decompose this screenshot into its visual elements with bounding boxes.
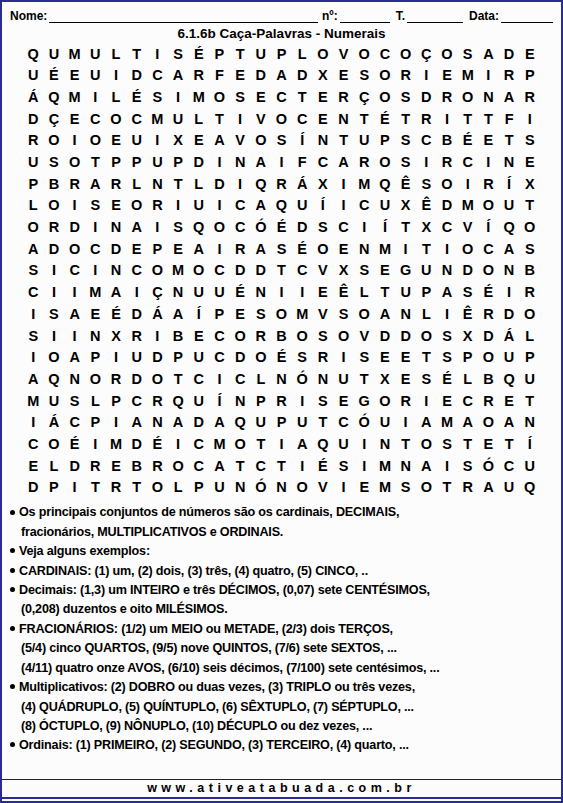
grid-cell[interactable]: E bbox=[106, 455, 127, 477]
grid-cell[interactable]: D bbox=[106, 238, 127, 260]
grid-cell[interactable]: C bbox=[188, 455, 209, 477]
grid-cell[interactable]: Q bbox=[499, 217, 520, 239]
grid-cell[interactable]: A bbox=[23, 238, 44, 260]
grid-cell[interactable]: P bbox=[147, 238, 168, 260]
grid-cell[interactable]: I bbox=[354, 433, 375, 455]
grid-cell[interactable]: U bbox=[375, 412, 396, 434]
grid-cell[interactable]: E bbox=[64, 108, 85, 130]
grid-cell[interactable]: C bbox=[188, 433, 209, 455]
grid-cell[interactable]: U bbox=[188, 390, 209, 412]
grid-cell[interactable]: T bbox=[375, 282, 396, 304]
grid-cell[interactable]: Í bbox=[292, 130, 313, 152]
grid-cell[interactable]: L bbox=[292, 43, 313, 65]
grid-cell[interactable]: M bbox=[457, 195, 478, 217]
grid-cell[interactable]: I bbox=[416, 390, 437, 412]
grid-cell[interactable]: I bbox=[64, 195, 85, 217]
grid-cell[interactable]: U bbox=[395, 282, 416, 304]
grid-cell[interactable]: D bbox=[416, 86, 437, 108]
grid-cell[interactable]: P bbox=[126, 151, 147, 173]
grid-cell[interactable]: M bbox=[64, 86, 85, 108]
grid-cell[interactable]: S bbox=[230, 86, 251, 108]
grid-cell[interactable]: M bbox=[64, 43, 85, 65]
grid-cell[interactable]: A bbox=[333, 151, 354, 173]
grid-cell[interactable]: I bbox=[437, 455, 458, 477]
grid-cell[interactable]: R bbox=[126, 325, 147, 347]
grid-cell[interactable]: S bbox=[85, 195, 106, 217]
grid-cell[interactable]: C bbox=[188, 368, 209, 390]
grid-cell[interactable]: É bbox=[188, 43, 209, 65]
grid-cell[interactable]: U bbox=[188, 347, 209, 369]
grid-cell[interactable]: R bbox=[188, 65, 209, 87]
grid-cell[interactable]: É bbox=[313, 455, 334, 477]
grid-cell[interactable]: É bbox=[292, 238, 313, 260]
grid-cell[interactable]: R bbox=[271, 173, 292, 195]
grid-cell[interactable]: I bbox=[106, 412, 127, 434]
grid-cell[interactable]: V bbox=[354, 325, 375, 347]
grid-cell[interactable]: T bbox=[313, 412, 334, 434]
grid-cell[interactable]: C bbox=[126, 108, 147, 130]
grid-cell[interactable]: S bbox=[271, 238, 292, 260]
grid-cell[interactable]: T bbox=[126, 477, 147, 499]
grid-cell[interactable]: S bbox=[23, 325, 44, 347]
grid-cell[interactable]: I bbox=[168, 195, 189, 217]
grid-cell[interactable]: A bbox=[416, 455, 437, 477]
grid-cell[interactable]: C bbox=[354, 195, 375, 217]
grid-cell[interactable]: E bbox=[313, 282, 334, 304]
grid-cell[interactable]: O bbox=[44, 433, 65, 455]
grid-cell[interactable]: Q bbox=[230, 412, 251, 434]
grid-cell[interactable]: R bbox=[85, 455, 106, 477]
grid-cell[interactable]: O bbox=[354, 43, 375, 65]
grid-cell[interactable]: Á bbox=[292, 173, 313, 195]
grid-cell[interactable]: O bbox=[147, 477, 168, 499]
grid-cell[interactable]: X bbox=[313, 65, 334, 87]
grid-cell[interactable]: I bbox=[147, 325, 168, 347]
grid-cell[interactable]: I bbox=[44, 282, 65, 304]
grid-cell[interactable]: T bbox=[478, 108, 499, 130]
grid-cell[interactable]: E bbox=[478, 433, 499, 455]
grid-cell[interactable]: O bbox=[250, 130, 271, 152]
grid-cell[interactable]: C bbox=[375, 43, 396, 65]
grid-cell[interactable]: I bbox=[230, 108, 251, 130]
grid-cell[interactable]: A bbox=[64, 347, 85, 369]
grid-cell[interactable]: S bbox=[395, 477, 416, 499]
grid-cell[interactable]: A bbox=[437, 282, 458, 304]
grid-cell[interactable]: É bbox=[457, 130, 478, 152]
grid-cell[interactable]: C bbox=[457, 390, 478, 412]
date-field[interactable] bbox=[501, 9, 553, 23]
grid-cell[interactable]: O bbox=[271, 108, 292, 130]
grid-cell[interactable]: S bbox=[395, 86, 416, 108]
grid-cell[interactable]: Q bbox=[168, 390, 189, 412]
grid-cell[interactable]: R bbox=[271, 390, 292, 412]
grid-cell[interactable]: S bbox=[395, 130, 416, 152]
grid-cell[interactable]: N bbox=[230, 477, 251, 499]
grid-cell[interactable]: S bbox=[457, 282, 478, 304]
grid-cell[interactable]: C bbox=[230, 217, 251, 239]
grid-cell[interactable]: Q bbox=[44, 86, 65, 108]
grid-cell[interactable]: N bbox=[354, 238, 375, 260]
grid-cell[interactable]: Ó bbox=[354, 412, 375, 434]
grid-cell[interactable]: M bbox=[292, 303, 313, 325]
grid-cell[interactable]: T bbox=[292, 86, 313, 108]
grid-cell[interactable]: R bbox=[333, 86, 354, 108]
grid-cell[interactable]: T bbox=[416, 238, 437, 260]
grid-cell[interactable]: D bbox=[126, 65, 147, 87]
grid-cell[interactable]: A bbox=[478, 43, 499, 65]
grid-cell[interactable]: L bbox=[519, 325, 540, 347]
grid-cell[interactable]: D bbox=[126, 433, 147, 455]
grid-cell[interactable]: M bbox=[457, 65, 478, 87]
grid-cell[interactable]: É bbox=[64, 433, 85, 455]
grid-cell[interactable]: E bbox=[23, 455, 44, 477]
grid-cell[interactable]: D bbox=[64, 455, 85, 477]
grid-cell[interactable]: E bbox=[168, 238, 189, 260]
grid-cell[interactable]: E bbox=[333, 238, 354, 260]
grid-cell[interactable]: S bbox=[437, 325, 458, 347]
grid-cell[interactable]: P bbox=[106, 390, 127, 412]
grid-cell[interactable]: Á bbox=[147, 303, 168, 325]
grid-cell[interactable]: O bbox=[106, 108, 127, 130]
grid-cell[interactable]: Ç bbox=[147, 282, 168, 304]
grid-cell[interactable]: S bbox=[44, 151, 65, 173]
grid-cell[interactable]: P bbox=[44, 477, 65, 499]
grid-cell[interactable]: T bbox=[519, 195, 540, 217]
grid-cell[interactable]: T bbox=[85, 477, 106, 499]
grid-cell[interactable]: R bbox=[519, 86, 540, 108]
grid-cell[interactable]: U bbox=[499, 195, 520, 217]
grid-cell[interactable]: U bbox=[354, 130, 375, 152]
grid-cell[interactable]: O bbox=[23, 217, 44, 239]
grid-cell[interactable]: I bbox=[519, 108, 540, 130]
grid-cell[interactable]: C bbox=[271, 86, 292, 108]
grid-cell[interactable]: E bbox=[230, 65, 251, 87]
grid-cell[interactable]: É bbox=[230, 282, 251, 304]
grid-cell[interactable]: C bbox=[23, 282, 44, 304]
grid-cell[interactable]: S bbox=[437, 347, 458, 369]
grid-cell[interactable]: É bbox=[44, 65, 65, 87]
grid-cell[interactable]: A bbox=[64, 303, 85, 325]
grid-cell[interactable]: I bbox=[64, 282, 85, 304]
grid-cell[interactable]: I bbox=[292, 455, 313, 477]
grid-cell[interactable]: O bbox=[64, 151, 85, 173]
grid-cell[interactable]: I bbox=[478, 151, 499, 173]
grid-cell[interactable]: B bbox=[437, 130, 458, 152]
grid-cell[interactable]: V bbox=[333, 43, 354, 65]
grid-cell[interactable]: D bbox=[188, 151, 209, 173]
grid-cell[interactable]: L bbox=[188, 173, 209, 195]
grid-cell[interactable]: A bbox=[168, 303, 189, 325]
grid-cell[interactable]: R bbox=[437, 86, 458, 108]
grid-cell[interactable]: U bbox=[44, 43, 65, 65]
grid-cell[interactable]: M bbox=[437, 412, 458, 434]
grid-cell[interactable]: C bbox=[457, 151, 478, 173]
grid-cell[interactable]: Q bbox=[519, 477, 540, 499]
grid-cell[interactable]: O bbox=[188, 260, 209, 282]
grid-cell[interactable]: L bbox=[126, 173, 147, 195]
grid-cell[interactable]: R bbox=[416, 108, 437, 130]
grid-cell[interactable]: U bbox=[250, 43, 271, 65]
grid-cell[interactable]: U bbox=[333, 433, 354, 455]
grid-cell[interactable]: Q bbox=[23, 43, 44, 65]
grid-cell[interactable]: A bbox=[499, 412, 520, 434]
grid-cell[interactable]: R bbox=[313, 347, 334, 369]
grid-cell[interactable]: I bbox=[85, 217, 106, 239]
t-field[interactable] bbox=[407, 9, 463, 23]
grid-cell[interactable]: V bbox=[457, 217, 478, 239]
grid-cell[interactable]: Ó bbox=[478, 455, 499, 477]
grid-cell[interactable]: N bbox=[499, 260, 520, 282]
grid-cell[interactable]: T bbox=[85, 151, 106, 173]
grid-cell[interactable]: L bbox=[44, 455, 65, 477]
grid-cell[interactable]: U bbox=[292, 195, 313, 217]
grid-cell[interactable]: R bbox=[147, 390, 168, 412]
grid-cell[interactable]: P bbox=[250, 390, 271, 412]
grid-cell[interactable]: Í bbox=[478, 217, 499, 239]
grid-cell[interactable]: S bbox=[416, 173, 437, 195]
grid-cell[interactable]: I bbox=[457, 173, 478, 195]
grid-cell[interactable]: I bbox=[209, 151, 230, 173]
grid-cell[interactable]: I bbox=[437, 303, 458, 325]
grid-cell[interactable]: S bbox=[313, 325, 334, 347]
grid-cell[interactable]: M bbox=[209, 433, 230, 455]
grid-cell[interactable]: I bbox=[85, 86, 106, 108]
name-field[interactable] bbox=[49, 9, 318, 23]
grid-cell[interactable]: U bbox=[23, 65, 44, 87]
grid-cell[interactable]: B bbox=[478, 368, 499, 390]
grid-cell[interactable]: É bbox=[106, 303, 127, 325]
grid-cell[interactable]: I bbox=[333, 477, 354, 499]
grid-cell[interactable]: C bbox=[333, 217, 354, 239]
grid-cell[interactable]: C bbox=[292, 260, 313, 282]
grid-cell[interactable]: A bbox=[106, 282, 127, 304]
grid-cell[interactable]: I bbox=[437, 238, 458, 260]
grid-cell[interactable]: D bbox=[395, 325, 416, 347]
grid-cell[interactable]: E bbox=[354, 477, 375, 499]
grid-cell[interactable]: E bbox=[375, 260, 396, 282]
grid-cell[interactable]: I bbox=[64, 130, 85, 152]
grid-cell[interactable]: E bbox=[375, 347, 396, 369]
grid-cell[interactable]: D bbox=[230, 260, 251, 282]
grid-cell[interactable]: T bbox=[271, 260, 292, 282]
grid-cell[interactable]: O bbox=[416, 433, 437, 455]
grid-cell[interactable]: C bbox=[209, 260, 230, 282]
grid-cell[interactable]: R bbox=[395, 390, 416, 412]
grid-cell[interactable]: Ç bbox=[44, 108, 65, 130]
grid-cell[interactable]: P bbox=[519, 347, 540, 369]
grid-cell[interactable]: N bbox=[230, 390, 251, 412]
grid-cell[interactable]: O bbox=[230, 325, 251, 347]
grid-cell[interactable]: N bbox=[519, 412, 540, 434]
grid-cell[interactable]: E bbox=[126, 238, 147, 260]
grid-cell[interactable]: I bbox=[106, 347, 127, 369]
grid-cell[interactable]: Í bbox=[188, 303, 209, 325]
grid-cell[interactable]: S bbox=[313, 217, 334, 239]
grid-cell[interactable]: P bbox=[188, 477, 209, 499]
grid-cell[interactable]: R bbox=[478, 303, 499, 325]
grid-cell[interactable]: A bbox=[85, 173, 106, 195]
grid-cell[interactable]: R bbox=[354, 151, 375, 173]
grid-cell[interactable]: C bbox=[126, 260, 147, 282]
grid-cell[interactable]: T bbox=[354, 368, 375, 390]
grid-cell[interactable]: E bbox=[395, 347, 416, 369]
grid-cell[interactable]: N bbox=[333, 108, 354, 130]
grid-cell[interactable]: C bbox=[230, 195, 251, 217]
grid-cell[interactable]: T bbox=[499, 433, 520, 455]
grid-cell[interactable]: T bbox=[416, 347, 437, 369]
grid-cell[interactable]: X bbox=[313, 173, 334, 195]
grid-cell[interactable]: N bbox=[230, 151, 251, 173]
grid-cell[interactable]: I bbox=[437, 108, 458, 130]
grid-cell[interactable]: I bbox=[44, 325, 65, 347]
grid-cell[interactable]: É bbox=[437, 368, 458, 390]
grid-cell[interactable]: U bbox=[499, 347, 520, 369]
grid-cell[interactable]: I bbox=[395, 238, 416, 260]
grid-cell[interactable]: C bbox=[209, 325, 230, 347]
grid-cell[interactable]: T bbox=[395, 217, 416, 239]
grid-cell[interactable]: P bbox=[271, 412, 292, 434]
grid-cell[interactable]: D bbox=[478, 325, 499, 347]
grid-cell[interactable]: S bbox=[354, 260, 375, 282]
grid-cell[interactable]: O bbox=[126, 195, 147, 217]
grid-cell[interactable]: I bbox=[209, 195, 230, 217]
grid-cell[interactable]: É bbox=[375, 108, 396, 130]
grid-cell[interactable]: A bbox=[292, 433, 313, 455]
grid-cell[interactable]: V bbox=[313, 303, 334, 325]
grid-cell[interactable]: E bbox=[188, 130, 209, 152]
grid-cell[interactable]: U bbox=[292, 412, 313, 434]
grid-cell[interactable]: I bbox=[478, 65, 499, 87]
grid-cell[interactable]: Í bbox=[313, 195, 334, 217]
grid-cell[interactable]: I bbox=[271, 433, 292, 455]
grid-cell[interactable]: D bbox=[457, 260, 478, 282]
grid-cell[interactable]: O bbox=[457, 238, 478, 260]
grid-cell[interactable]: E bbox=[333, 65, 354, 87]
grid-cell[interactable]: L bbox=[168, 477, 189, 499]
grid-cell[interactable]: Q bbox=[375, 173, 396, 195]
grid-cell[interactable]: A bbox=[209, 455, 230, 477]
grid-cell[interactable]: D bbox=[64, 217, 85, 239]
grid-cell[interactable]: U bbox=[519, 455, 540, 477]
grid-cell[interactable]: I bbox=[147, 43, 168, 65]
grid-cell[interactable]: X bbox=[457, 325, 478, 347]
grid-cell[interactable]: S bbox=[271, 130, 292, 152]
grid-cell[interactable]: Í bbox=[209, 390, 230, 412]
grid-cell[interactable]: I bbox=[271, 151, 292, 173]
grid-cell[interactable]: E bbox=[64, 65, 85, 87]
grid-cell[interactable]: A bbox=[168, 412, 189, 434]
grid-cell[interactable]: O bbox=[395, 43, 416, 65]
grid-cell[interactable]: N bbox=[85, 325, 106, 347]
grid-cell[interactable]: I bbox=[106, 65, 127, 87]
grid-cell[interactable]: M bbox=[147, 108, 168, 130]
grid-cell[interactable]: A bbox=[250, 238, 271, 260]
grid-cell[interactable]: P bbox=[209, 43, 230, 65]
grid-cell[interactable]: A bbox=[126, 412, 147, 434]
grid-cell[interactable]: P bbox=[416, 282, 437, 304]
grid-cell[interactable]: E bbox=[313, 86, 334, 108]
grid-cell[interactable]: L bbox=[23, 195, 44, 217]
grid-cell[interactable]: Ê bbox=[416, 195, 437, 217]
grid-cell[interactable]: V bbox=[250, 108, 271, 130]
grid-cell[interactable]: E bbox=[250, 86, 271, 108]
grid-cell[interactable]: T bbox=[519, 390, 540, 412]
grid-cell[interactable]: I bbox=[147, 217, 168, 239]
grid-cell[interactable]: S bbox=[416, 368, 437, 390]
grid-cell[interactable]: U bbox=[250, 412, 271, 434]
grid-cell[interactable]: R bbox=[478, 390, 499, 412]
grid-cell[interactable]: Ó bbox=[250, 477, 271, 499]
grid-cell[interactable]: R bbox=[147, 455, 168, 477]
grid-cell[interactable]: O bbox=[85, 368, 106, 390]
grid-cell[interactable]: Á bbox=[499, 325, 520, 347]
grid-cell[interactable]: M bbox=[106, 433, 127, 455]
grid-cell[interactable]: X bbox=[395, 195, 416, 217]
grid-cell[interactable]: I bbox=[23, 412, 44, 434]
grid-cell[interactable]: X bbox=[416, 217, 437, 239]
grid-cell[interactable]: A bbox=[250, 151, 271, 173]
grid-cell[interactable]: U bbox=[416, 260, 437, 282]
grid-cell[interactable]: C bbox=[333, 412, 354, 434]
grid-cell[interactable]: É bbox=[147, 433, 168, 455]
grid-cell[interactable]: N bbox=[395, 303, 416, 325]
grid-cell[interactable]: O bbox=[147, 368, 168, 390]
grid-cell[interactable]: I bbox=[126, 282, 147, 304]
grid-cell[interactable]: X bbox=[168, 130, 189, 152]
grid-cell[interactable]: U bbox=[85, 43, 106, 65]
grid-cell[interactable]: O bbox=[168, 455, 189, 477]
grid-cell[interactable]: N bbox=[499, 151, 520, 173]
grid-cell[interactable]: E bbox=[519, 43, 540, 65]
grid-cell[interactable]: I bbox=[168, 86, 189, 108]
grid-cell[interactable]: E bbox=[230, 303, 251, 325]
grid-cell[interactable]: A bbox=[499, 238, 520, 260]
grid-cell[interactable]: D bbox=[250, 65, 271, 87]
grid-cell[interactable]: B bbox=[126, 455, 147, 477]
grid-cell[interactable]: X bbox=[375, 368, 396, 390]
grid-cell[interactable]: D bbox=[44, 238, 65, 260]
grid-cell[interactable]: I bbox=[230, 173, 251, 195]
grid-cell[interactable]: I bbox=[271, 282, 292, 304]
grid-cell[interactable]: S bbox=[64, 390, 85, 412]
grid-cell[interactable]: C bbox=[64, 412, 85, 434]
grid-cell[interactable]: O bbox=[313, 238, 334, 260]
grid-cell[interactable]: O bbox=[44, 130, 65, 152]
grid-cell[interactable]: P bbox=[168, 151, 189, 173]
grid-cell[interactable]: L bbox=[106, 86, 127, 108]
grid-cell[interactable]: T bbox=[126, 43, 147, 65]
grid-cell[interactable]: I bbox=[64, 325, 85, 347]
grid-cell[interactable]: É bbox=[271, 347, 292, 369]
grid-cell[interactable]: G bbox=[354, 390, 375, 412]
grid-cell[interactable]: S bbox=[168, 217, 189, 239]
grid-cell[interactable]: C bbox=[437, 217, 458, 239]
grid-cell[interactable]: I bbox=[44, 260, 65, 282]
grid-cell[interactable]: O bbox=[271, 303, 292, 325]
grid-cell[interactable]: E bbox=[85, 303, 106, 325]
grid-cell[interactable]: S bbox=[519, 130, 540, 152]
grid-cell[interactable]: I bbox=[499, 282, 520, 304]
grid-cell[interactable]: É bbox=[271, 217, 292, 239]
grid-cell[interactable]: O bbox=[250, 347, 271, 369]
grid-cell[interactable]: N bbox=[147, 412, 168, 434]
grid-cell[interactable]: P bbox=[168, 347, 189, 369]
grid-cell[interactable]: R bbox=[478, 173, 499, 195]
grid-cell[interactable]: U bbox=[209, 282, 230, 304]
grid-cell[interactable]: C bbox=[126, 390, 147, 412]
grid-cell[interactable]: U bbox=[168, 108, 189, 130]
grid-cell[interactable]: O bbox=[230, 433, 251, 455]
